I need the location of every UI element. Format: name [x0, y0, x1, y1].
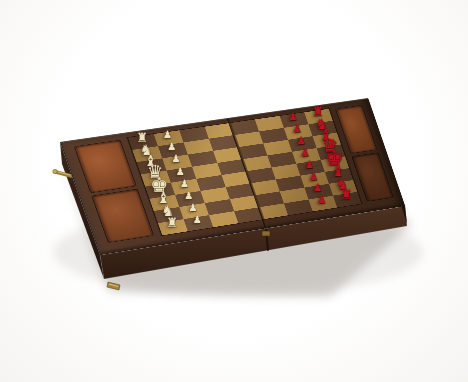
left-front-tray	[92, 189, 153, 242]
board-square-7-4[interactable]	[259, 203, 288, 219]
board-square-7-5[interactable]	[284, 199, 313, 215]
centre-hinge-brass	[262, 231, 270, 236]
piece-white-pawn[interactable]: ♟	[180, 178, 189, 188]
piece-red-rook[interactable]: ♜	[341, 189, 353, 202]
piece-red-pawn[interactable]: ♟	[309, 171, 318, 181]
piece-red-pawn[interactable]: ♟	[301, 147, 310, 157]
board-square-7-2[interactable]	[209, 211, 238, 227]
piece-white-pawn[interactable]: ♟	[176, 166, 185, 176]
piece-white-pawn[interactable]: ♟	[189, 203, 198, 213]
piece-white-pawn[interactable]: ♟	[193, 215, 202, 225]
product-photo: ♜♟♟♜♞♟♟♞♝♟♟♝♛♟♟♛♚♟♟♚♝♟♟♝♞♟♟♞♜♟♟♜	[0, 0, 468, 382]
brass-latch-ball	[53, 169, 57, 173]
piece-white-pawn[interactable]: ♟	[172, 154, 181, 164]
board-square-7-3[interactable]	[234, 207, 263, 223]
piece-white-pawn[interactable]: ♟	[163, 130, 172, 140]
piece-red-pawn[interactable]: ♟	[289, 112, 298, 122]
piece-red-pawn[interactable]: ♟	[297, 135, 306, 145]
piece-white-pawn[interactable]: ♟	[185, 191, 194, 201]
piece-red-pawn[interactable]: ♟	[305, 159, 314, 169]
left-back-tray	[75, 140, 136, 192]
piece-white-rook[interactable]: ♜	[166, 216, 178, 229]
piece-white-pawn[interactable]: ♟	[168, 142, 177, 152]
piece-red-pawn[interactable]: ♟	[318, 195, 327, 205]
piece-red-pawn[interactable]: ♟	[293, 124, 302, 134]
piece-red-pawn[interactable]: ♟	[314, 183, 323, 193]
